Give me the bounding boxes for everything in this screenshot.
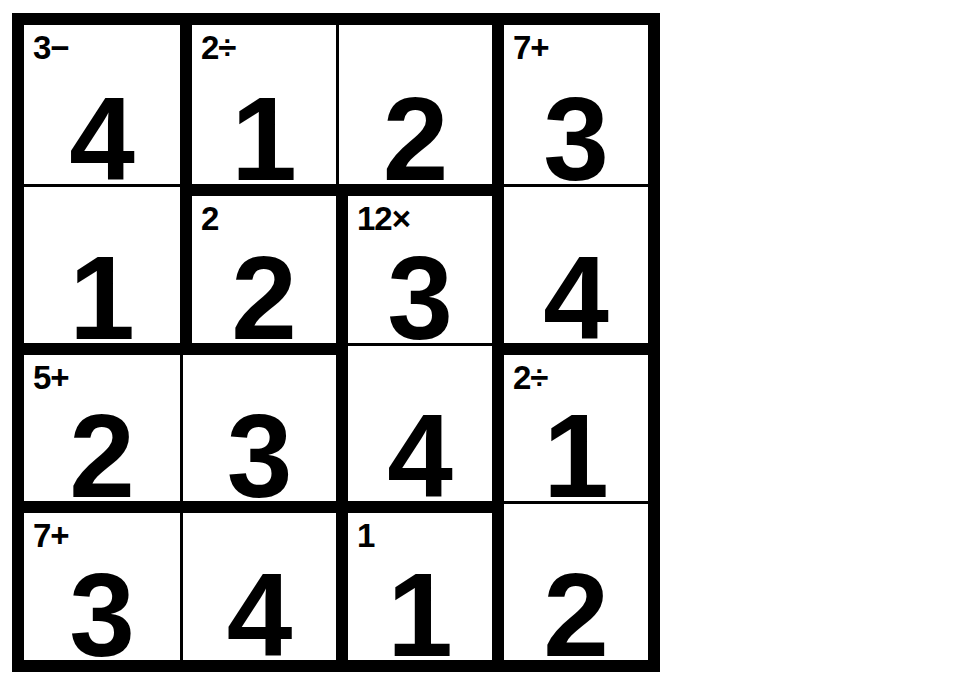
cell-r4c1[interactable]: 7+ 3 — [24, 501, 180, 660]
cage-clue: 2÷ — [513, 361, 547, 394]
cell-value: 4 — [69, 80, 135, 184]
cage-clue: 7+ — [33, 519, 69, 552]
cell-value: 2 — [231, 239, 297, 343]
kenken-page: 3− 4 2÷ 1 2 7+ 3 1 2 2 12× 3 4 — [0, 0, 960, 686]
cell-r1c1[interactable]: 3− 4 — [24, 25, 180, 184]
cell-r1c3[interactable]: 2 — [336, 25, 492, 184]
cell-r1c4[interactable]: 7+ 3 — [492, 25, 648, 184]
cell-value: 1 — [69, 239, 135, 343]
cell-r4c3[interactable]: 1 1 — [336, 501, 492, 660]
cell-value: 4 — [543, 239, 609, 343]
cell-r3c3[interactable]: 4 — [336, 343, 492, 502]
cell-r3c2[interactable]: 3 — [180, 343, 336, 502]
cell-value: 4 — [227, 556, 293, 660]
cage-clue: 5+ — [33, 361, 69, 394]
cell-value: 2 — [69, 397, 135, 501]
cell-value: 2 — [383, 80, 449, 184]
cell-r2c2[interactable]: 2 2 — [180, 184, 336, 343]
cage-clue: 3− — [33, 31, 69, 64]
cage-clue: 2 — [201, 202, 218, 235]
cell-value: 3 — [387, 239, 453, 343]
cell-value: 1 — [543, 397, 609, 501]
cell-r2c4[interactable]: 4 — [492, 184, 648, 343]
cell-r3c1[interactable]: 5+ 2 — [24, 343, 180, 502]
kenken-board: 3− 4 2÷ 1 2 7+ 3 1 2 2 12× 3 4 — [12, 13, 660, 672]
cell-value: 1 — [387, 556, 453, 660]
cell-value: 3 — [227, 397, 293, 501]
cage-clue: 2÷ — [201, 31, 235, 64]
cell-value: 1 — [231, 80, 297, 184]
cage-clue: 1 — [357, 519, 374, 552]
cell-r2c3[interactable]: 12× 3 — [336, 184, 492, 343]
cell-r4c2[interactable]: 4 — [180, 501, 336, 660]
cage-clue: 12× — [357, 202, 410, 235]
cell-value: 4 — [387, 397, 453, 501]
cell-r2c1[interactable]: 1 — [24, 184, 180, 343]
cell-value: 3 — [543, 80, 609, 184]
cell-r1c2[interactable]: 2÷ 1 — [180, 25, 336, 184]
cage-clue: 7+ — [513, 31, 549, 64]
cell-value: 2 — [543, 556, 609, 660]
cell-value: 3 — [69, 556, 135, 660]
cell-r3c4[interactable]: 2÷ 1 — [492, 343, 648, 502]
cell-r4c4[interactable]: 2 — [492, 501, 648, 660]
